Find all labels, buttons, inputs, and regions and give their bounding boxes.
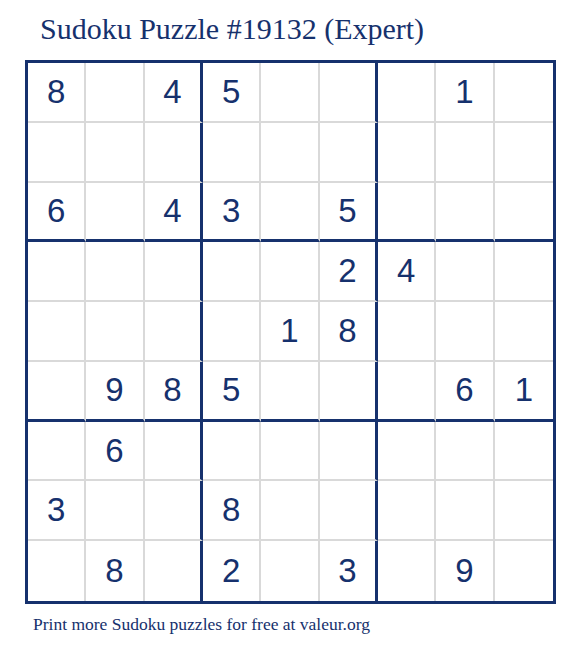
cell-r2c4 — [203, 123, 261, 183]
cell-r1c2 — [86, 63, 144, 123]
cell-r4c2 — [86, 242, 144, 302]
cell-r2c7 — [378, 123, 436, 183]
cell-r3c4: 3 — [203, 183, 261, 243]
cell-r5c4 — [203, 302, 261, 362]
cell-r9c8: 9 — [436, 541, 494, 601]
cell-r5c2 — [86, 302, 144, 362]
cell-r1c7 — [378, 63, 436, 123]
cell-r2c5 — [261, 123, 319, 183]
cell-r3c7 — [378, 183, 436, 243]
cell-r7c9 — [495, 422, 553, 482]
cell-r5c3 — [145, 302, 203, 362]
cell-r4c7: 4 — [378, 242, 436, 302]
cell-r9c3 — [145, 541, 203, 601]
sudoku-board: 845164352418985616388239 — [25, 60, 556, 604]
cell-r6c1 — [28, 362, 86, 422]
cell-r2c2 — [86, 123, 144, 183]
cell-r8c8 — [436, 481, 494, 541]
cell-r6c3: 8 — [145, 362, 203, 422]
cell-r9c4: 2 — [203, 541, 261, 601]
cell-r8c6 — [320, 481, 378, 541]
cell-r9c1 — [28, 541, 86, 601]
cell-r8c5 — [261, 481, 319, 541]
cell-r7c4 — [203, 422, 261, 482]
cell-r4c3 — [145, 242, 203, 302]
cell-r5c1 — [28, 302, 86, 362]
cell-r5c7 — [378, 302, 436, 362]
cell-r4c9 — [495, 242, 553, 302]
cell-r2c1 — [28, 123, 86, 183]
cell-r1c4: 5 — [203, 63, 261, 123]
cell-r3c5 — [261, 183, 319, 243]
cell-r6c9: 1 — [495, 362, 553, 422]
cell-r8c7 — [378, 481, 436, 541]
cell-r7c1 — [28, 422, 86, 482]
cell-r9c2: 8 — [86, 541, 144, 601]
cell-r9c9 — [495, 541, 553, 601]
cell-r7c3 — [145, 422, 203, 482]
cell-r6c4: 5 — [203, 362, 261, 422]
cell-r1c5 — [261, 63, 319, 123]
cell-r4c5 — [261, 242, 319, 302]
cell-r6c8: 6 — [436, 362, 494, 422]
cell-r2c3 — [145, 123, 203, 183]
cell-r4c4 — [203, 242, 261, 302]
cell-r3c3: 4 — [145, 183, 203, 243]
cell-r5c5: 1 — [261, 302, 319, 362]
page: Sudoku Puzzle #19132 (Expert) 8451643524… — [0, 0, 580, 651]
cell-r1c9 — [495, 63, 553, 123]
cell-r4c1 — [28, 242, 86, 302]
cell-r6c6 — [320, 362, 378, 422]
cell-r9c5 — [261, 541, 319, 601]
cell-r5c8 — [436, 302, 494, 362]
cell-r8c9 — [495, 481, 553, 541]
cell-r9c6: 3 — [320, 541, 378, 601]
cell-r3c6: 5 — [320, 183, 378, 243]
cell-r6c5 — [261, 362, 319, 422]
cell-r6c7 — [378, 362, 436, 422]
cell-r3c9 — [495, 183, 553, 243]
cell-r5c6: 8 — [320, 302, 378, 362]
cell-r1c8: 1 — [436, 63, 494, 123]
cell-r3c8 — [436, 183, 494, 243]
cell-r3c1: 6 — [28, 183, 86, 243]
cell-r3c2 — [86, 183, 144, 243]
cell-r7c7 — [378, 422, 436, 482]
cell-r1c6 — [320, 63, 378, 123]
cell-r8c4: 8 — [203, 481, 261, 541]
cell-r7c6 — [320, 422, 378, 482]
cell-r6c2: 9 — [86, 362, 144, 422]
cell-r1c3: 4 — [145, 63, 203, 123]
cell-r4c6: 2 — [320, 242, 378, 302]
cell-r7c5 — [261, 422, 319, 482]
cell-r4c8 — [436, 242, 494, 302]
page-title: Sudoku Puzzle #19132 (Expert) — [40, 10, 424, 48]
cell-r8c3 — [145, 481, 203, 541]
cell-r2c9 — [495, 123, 553, 183]
cell-r8c2 — [86, 481, 144, 541]
cell-r7c8 — [436, 422, 494, 482]
cell-r8c1: 3 — [28, 481, 86, 541]
cell-r7c2: 6 — [86, 422, 144, 482]
footer-text: Print more Sudoku puzzles for free at va… — [33, 614, 370, 635]
cell-r2c6 — [320, 123, 378, 183]
cell-r9c7 — [378, 541, 436, 601]
cell-r2c8 — [436, 123, 494, 183]
cell-r5c9 — [495, 302, 553, 362]
cell-r1c1: 8 — [28, 63, 86, 123]
